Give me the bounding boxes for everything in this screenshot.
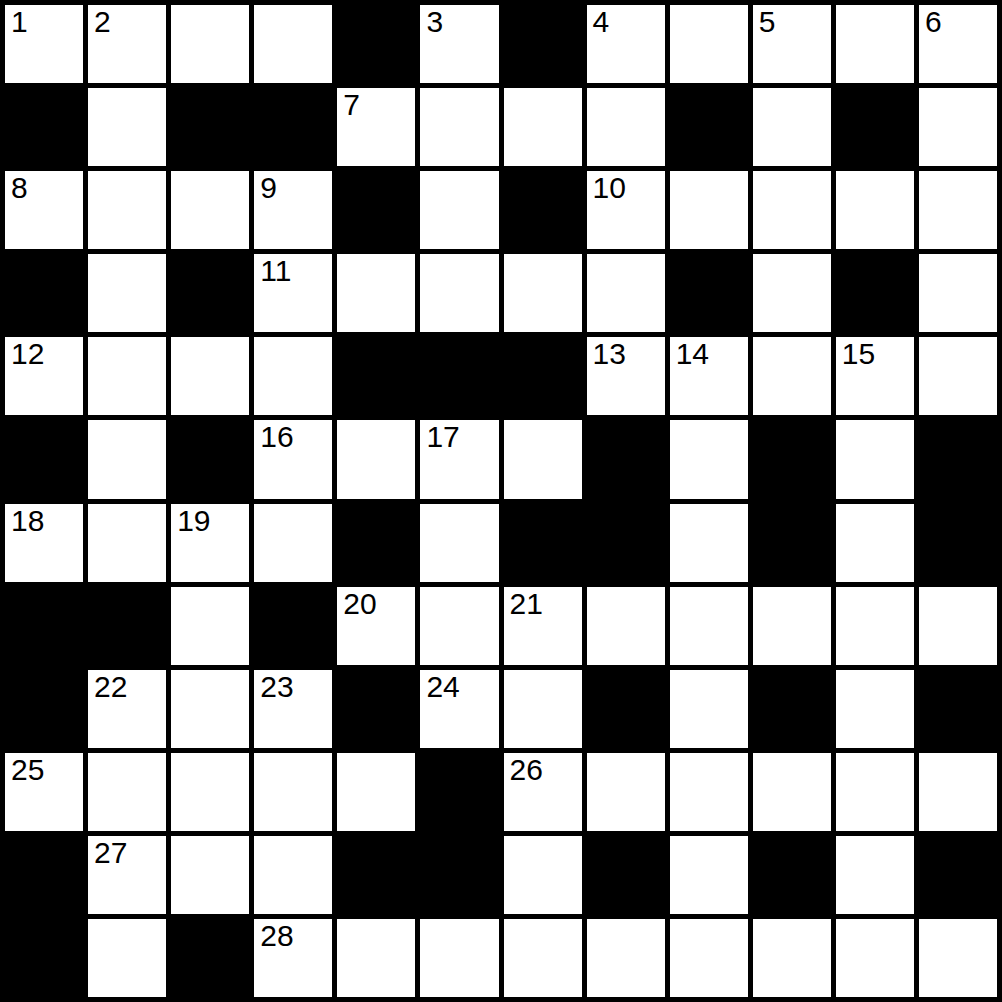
black-cell [337,504,415,582]
white-cell[interactable] [919,919,997,997]
black-cell [919,504,997,582]
white-cell[interactable] [919,587,997,665]
white-cell[interactable] [836,5,914,83]
clue-number: 18 [11,506,44,536]
white-cell[interactable]: 15 [836,337,914,415]
white-cell[interactable] [171,587,249,665]
white-cell[interactable] [420,88,498,166]
clue-number: 19 [177,506,210,536]
black-cell [337,836,415,914]
white-cell[interactable] [919,88,997,166]
black-cell [337,337,415,415]
white-cell[interactable] [919,254,997,332]
white-cell[interactable] [753,919,831,997]
white-cell[interactable] [337,420,415,498]
clue-number: 24 [426,672,459,702]
black-cell [587,420,665,498]
black-cell [337,670,415,748]
clue-number: 23 [260,672,293,702]
black-cell [5,88,83,166]
white-cell[interactable] [753,753,831,831]
white-cell[interactable]: 23 [254,670,332,748]
clue-number: 26 [510,755,543,785]
white-cell[interactable]: 16 [254,420,332,498]
black-cell [5,919,83,997]
white-cell[interactable] [88,171,166,249]
white-cell[interactable] [254,753,332,831]
clue-number: 28 [260,921,293,951]
white-cell[interactable] [587,753,665,831]
black-cell [504,337,582,415]
white-cell[interactable] [88,254,166,332]
black-cell [5,587,83,665]
clue-number: 15 [842,339,875,369]
black-cell [420,337,498,415]
white-cell[interactable] [670,753,748,831]
clue-number: 3 [426,7,443,37]
black-cell [420,836,498,914]
black-cell [337,171,415,249]
black-cell [753,670,831,748]
clue-number: 12 [11,339,44,369]
white-cell[interactable] [337,753,415,831]
white-cell[interactable] [420,587,498,665]
black-cell [919,670,997,748]
white-cell[interactable] [753,337,831,415]
white-cell[interactable] [504,836,582,914]
clue-number: 20 [343,589,376,619]
clue-number: 27 [94,838,127,868]
white-cell[interactable] [919,337,997,415]
clue-number: 21 [510,589,543,619]
white-cell[interactable] [836,753,914,831]
black-cell [504,504,582,582]
white-cell[interactable]: 6 [919,5,997,83]
white-cell[interactable]: 12 [5,337,83,415]
white-cell[interactable]: 19 [171,504,249,582]
clue-number: 13 [593,339,626,369]
white-cell[interactable] [420,254,498,332]
white-cell[interactable] [587,587,665,665]
white-cell[interactable] [171,753,249,831]
black-cell [504,171,582,249]
clue-number: 8 [11,173,28,203]
white-cell[interactable] [753,88,831,166]
black-cell [919,836,997,914]
white-cell[interactable]: 14 [670,337,748,415]
clue-number: 7 [343,90,360,120]
black-cell [587,670,665,748]
clue-number: 17 [426,422,459,452]
black-cell [919,420,997,498]
black-cell [171,919,249,997]
white-cell[interactable]: 3 [420,5,498,83]
white-cell[interactable]: 27 [88,836,166,914]
black-cell [88,587,166,665]
white-cell[interactable] [254,5,332,83]
white-cell[interactable] [254,504,332,582]
crossword-board: 1234567891011121314151617181920212223242… [0,0,1002,1002]
white-cell[interactable] [504,88,582,166]
white-cell[interactable] [88,420,166,498]
white-cell[interactable] [587,919,665,997]
white-cell[interactable] [670,171,748,249]
white-cell[interactable] [420,504,498,582]
white-cell[interactable] [587,88,665,166]
white-cell[interactable]: 8 [5,171,83,249]
black-cell [670,254,748,332]
white-cell[interactable] [753,254,831,332]
black-cell [836,88,914,166]
white-cell[interactable] [88,337,166,415]
black-cell [254,587,332,665]
black-cell [836,254,914,332]
white-cell[interactable]: 5 [753,5,831,83]
white-cell[interactable] [171,836,249,914]
white-cell[interactable] [88,504,166,582]
black-cell [171,88,249,166]
white-cell[interactable]: 7 [337,88,415,166]
black-cell [504,5,582,83]
clue-number: 4 [593,7,610,37]
white-cell[interactable]: 10 [587,171,665,249]
clue-number: 14 [676,339,709,369]
white-cell[interactable] [670,670,748,748]
white-cell[interactable] [670,587,748,665]
white-cell[interactable] [670,836,748,914]
white-cell[interactable] [171,171,249,249]
white-cell[interactable] [504,254,582,332]
black-cell [5,254,83,332]
white-cell[interactable] [254,337,332,415]
white-cell[interactable]: 18 [5,504,83,582]
white-cell[interactable] [670,420,748,498]
black-cell [337,5,415,83]
clue-number: 11 [260,256,291,286]
clue-number: 22 [94,672,127,702]
clue-number: 9 [260,173,277,203]
black-cell [171,254,249,332]
white-cell[interactable] [836,587,914,665]
white-cell[interactable] [254,836,332,914]
clue-number: 25 [11,755,44,785]
black-cell [670,88,748,166]
white-cell[interactable] [420,919,498,997]
black-cell [5,670,83,748]
white-cell[interactable] [753,171,831,249]
white-cell[interactable]: 9 [254,171,332,249]
white-cell[interactable] [670,919,748,997]
black-cell [753,420,831,498]
white-cell[interactable] [836,504,914,582]
black-cell [753,836,831,914]
white-cell[interactable] [171,670,249,748]
white-cell[interactable] [171,5,249,83]
clue-number: 1 [11,7,28,37]
white-cell[interactable] [337,919,415,997]
white-cell[interactable]: 2 [88,5,166,83]
white-cell[interactable] [670,504,748,582]
black-cell [753,504,831,582]
white-cell[interactable] [836,919,914,997]
white-cell[interactable] [836,420,914,498]
white-cell[interactable]: 28 [254,919,332,997]
white-cell[interactable] [836,171,914,249]
white-cell[interactable] [587,254,665,332]
white-cell[interactable]: 22 [88,670,166,748]
white-cell[interactable]: 21 [504,587,582,665]
white-cell[interactable] [919,753,997,831]
black-cell [587,836,665,914]
white-cell[interactable] [836,836,914,914]
white-cell[interactable] [171,337,249,415]
clue-number: 2 [94,7,111,37]
white-cell[interactable]: 17 [420,420,498,498]
white-cell[interactable]: 1 [5,5,83,83]
white-cell[interactable] [753,587,831,665]
white-cell[interactable] [88,919,166,997]
white-cell[interactable]: 13 [587,337,665,415]
clue-number: 5 [759,7,776,37]
white-cell[interactable] [670,5,748,83]
black-cell [5,420,83,498]
black-cell [5,836,83,914]
clue-number: 16 [260,422,293,452]
white-cell[interactable] [420,171,498,249]
white-cell[interactable]: 20 [337,587,415,665]
black-cell [420,753,498,831]
white-cell[interactable] [88,88,166,166]
white-cell[interactable] [504,670,582,748]
white-cell[interactable]: 24 [420,670,498,748]
white-cell[interactable] [88,753,166,831]
black-cell [254,88,332,166]
white-cell[interactable] [836,670,914,748]
white-cell[interactable] [504,919,582,997]
clue-number: 10 [593,173,626,203]
clue-number: 6 [925,7,942,37]
black-cell [171,420,249,498]
white-cell[interactable]: 11 [254,254,332,332]
white-cell[interactable] [504,420,582,498]
white-cell[interactable] [919,171,997,249]
white-cell[interactable]: 4 [587,5,665,83]
black-cell [587,504,665,582]
white-cell[interactable]: 26 [504,753,582,831]
white-cell[interactable] [337,254,415,332]
white-cell[interactable]: 25 [5,753,83,831]
